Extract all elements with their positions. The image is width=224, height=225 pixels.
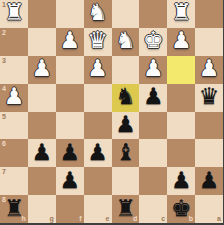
square-f2[interactable]: ♟ bbox=[56, 28, 84, 56]
rank-label-7: 7 bbox=[2, 168, 6, 175]
square-c7[interactable] bbox=[139, 167, 167, 195]
square-b8[interactable]: ♚b bbox=[167, 195, 195, 223]
square-c5[interactable] bbox=[139, 112, 167, 140]
chess-board: ♜1♞♜2♟♛♞♚♟3♟♟♟♟♟4♞♟♛5♟6♟♟♟♝7♟♟♟♜8hgfe♜dc… bbox=[0, 0, 223, 223]
piece-black-rook[interactable]: ♜ bbox=[4, 197, 25, 220]
square-a2[interactable] bbox=[195, 28, 223, 56]
square-b6[interactable] bbox=[167, 139, 195, 167]
square-f8[interactable]: f bbox=[56, 195, 84, 223]
square-a5[interactable] bbox=[195, 112, 223, 140]
square-e1[interactable]: ♞ bbox=[84, 0, 112, 28]
square-h5[interactable]: 5 bbox=[0, 112, 28, 140]
square-g8[interactable]: g bbox=[28, 195, 56, 223]
square-e2[interactable]: ♛ bbox=[84, 28, 112, 56]
square-a8[interactable]: a bbox=[195, 195, 223, 223]
piece-black-pawn[interactable]: ♟ bbox=[87, 141, 108, 164]
square-c8[interactable]: c bbox=[139, 195, 167, 223]
square-f1[interactable] bbox=[56, 0, 84, 28]
square-d1[interactable] bbox=[112, 0, 140, 28]
file-label-c: c bbox=[161, 215, 165, 222]
square-g1[interactable] bbox=[28, 0, 56, 28]
piece-white-knight[interactable]: ♞ bbox=[87, 1, 108, 24]
square-d6[interactable]: ♝ bbox=[112, 139, 140, 167]
piece-black-pawn[interactable]: ♟ bbox=[199, 169, 220, 192]
square-b5[interactable] bbox=[167, 112, 195, 140]
square-g3[interactable]: ♟ bbox=[28, 56, 56, 84]
square-c2[interactable]: ♚ bbox=[139, 28, 167, 56]
square-b3[interactable] bbox=[167, 56, 195, 84]
piece-white-king[interactable]: ♚ bbox=[143, 29, 164, 52]
square-d3[interactable] bbox=[112, 56, 140, 84]
piece-black-pawn[interactable]: ♟ bbox=[171, 169, 192, 192]
piece-white-rook[interactable]: ♜ bbox=[4, 1, 25, 24]
square-e4[interactable] bbox=[84, 84, 112, 112]
piece-black-pawn[interactable]: ♟ bbox=[59, 169, 80, 192]
square-e7[interactable] bbox=[84, 167, 112, 195]
square-c6[interactable] bbox=[139, 139, 167, 167]
square-h4[interactable]: ♟4 bbox=[0, 84, 28, 112]
square-h1[interactable]: ♜1 bbox=[0, 0, 28, 28]
square-h8[interactable]: ♜8h bbox=[0, 195, 28, 223]
piece-black-rook[interactable]: ♜ bbox=[115, 197, 136, 220]
piece-black-pawn[interactable]: ♟ bbox=[115, 113, 136, 136]
piece-black-pawn[interactable]: ♟ bbox=[32, 141, 53, 164]
square-h7[interactable]: 7 bbox=[0, 167, 28, 195]
board-frame: ♜1♞♜2♟♛♞♚♟3♟♟♟♟♟4♞♟♛5♟6♟♟♟♝7♟♟♟♜8hgfe♜dc… bbox=[0, 0, 224, 225]
rank-label-6: 6 bbox=[2, 140, 6, 147]
square-e3[interactable]: ♟ bbox=[84, 56, 112, 84]
square-h3[interactable]: 3 bbox=[0, 56, 28, 84]
rank-label-3: 3 bbox=[2, 57, 6, 64]
square-b4[interactable] bbox=[167, 84, 195, 112]
piece-white-knight[interactable]: ♞ bbox=[115, 29, 136, 52]
square-d5[interactable]: ♟ bbox=[112, 112, 140, 140]
piece-white-rook[interactable]: ♜ bbox=[171, 1, 192, 24]
piece-black-king[interactable]: ♚ bbox=[171, 197, 192, 220]
square-f3[interactable] bbox=[56, 56, 84, 84]
file-label-g: g bbox=[49, 215, 53, 222]
piece-white-pawn[interactable]: ♟ bbox=[199, 57, 220, 80]
rank-label-2: 2 bbox=[2, 29, 6, 36]
square-g7[interactable] bbox=[28, 167, 56, 195]
file-label-a: a bbox=[217, 215, 221, 222]
square-f6[interactable]: ♟ bbox=[56, 139, 84, 167]
square-f5[interactable] bbox=[56, 112, 84, 140]
piece-white-pawn[interactable]: ♟ bbox=[4, 85, 25, 108]
square-f7[interactable]: ♟ bbox=[56, 167, 84, 195]
square-d8[interactable]: ♜d bbox=[112, 195, 140, 223]
square-g4[interactable] bbox=[28, 84, 56, 112]
square-g6[interactable]: ♟ bbox=[28, 139, 56, 167]
square-a4[interactable]: ♛ bbox=[195, 84, 223, 112]
square-h2[interactable]: 2 bbox=[0, 28, 28, 56]
square-b1[interactable]: ♜ bbox=[167, 0, 195, 28]
square-g2[interactable] bbox=[28, 28, 56, 56]
square-a6[interactable] bbox=[195, 139, 223, 167]
piece-white-pawn[interactable]: ♟ bbox=[143, 57, 164, 80]
square-c1[interactable] bbox=[139, 0, 167, 28]
square-c4[interactable]: ♟ bbox=[139, 84, 167, 112]
square-e6[interactable]: ♟ bbox=[84, 139, 112, 167]
square-a3[interactable]: ♟ bbox=[195, 56, 223, 84]
piece-black-pawn[interactable]: ♟ bbox=[59, 141, 80, 164]
square-e8[interactable]: e bbox=[84, 195, 112, 223]
square-b7[interactable]: ♟ bbox=[167, 167, 195, 195]
piece-white-pawn[interactable]: ♟ bbox=[171, 29, 192, 52]
file-label-f: f bbox=[79, 215, 81, 222]
piece-white-queen[interactable]: ♛ bbox=[87, 29, 108, 52]
square-d7[interactable] bbox=[112, 167, 140, 195]
square-h6[interactable]: 6 bbox=[0, 139, 28, 167]
square-a1[interactable] bbox=[195, 0, 223, 28]
square-b2[interactable]: ♟ bbox=[167, 28, 195, 56]
file-label-e: e bbox=[106, 215, 110, 222]
square-c3[interactable]: ♟ bbox=[139, 56, 167, 84]
piece-black-bishop[interactable]: ♝ bbox=[115, 141, 136, 164]
square-a7[interactable]: ♟ bbox=[195, 167, 223, 195]
square-e5[interactable] bbox=[84, 112, 112, 140]
piece-black-knight[interactable]: ♞ bbox=[115, 85, 136, 108]
piece-white-pawn[interactable]: ♟ bbox=[87, 57, 108, 80]
square-g5[interactable] bbox=[28, 112, 56, 140]
square-d2[interactable]: ♞ bbox=[112, 28, 140, 56]
piece-white-pawn[interactable]: ♟ bbox=[32, 57, 53, 80]
rank-label-5: 5 bbox=[2, 113, 6, 120]
piece-white-pawn[interactable]: ♟ bbox=[59, 29, 80, 52]
square-d4[interactable]: ♞ bbox=[112, 84, 140, 112]
square-f4[interactable] bbox=[56, 84, 84, 112]
piece-black-queen[interactable]: ♛ bbox=[199, 85, 220, 108]
piece-black-pawn[interactable]: ♟ bbox=[143, 85, 164, 108]
